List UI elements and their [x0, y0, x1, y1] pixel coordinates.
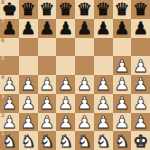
square-c6[interactable] — [38, 38, 57, 57]
square-h2[interactable]: ♟ — [131, 113, 150, 132]
square-b2[interactable]: ♟ — [19, 113, 38, 132]
white-pawn-piece[interactable]: ♟ — [133, 75, 148, 93]
black-queen-piece[interactable]: ♛ — [114, 0, 129, 18]
square-g5[interactable]: ♟ — [113, 56, 132, 75]
white-pawn-piece[interactable]: ♟ — [96, 94, 111, 112]
square-h4[interactable]: ♟ — [131, 75, 150, 94]
white-knight-piece[interactable]: ♞ — [21, 131, 36, 149]
white-king-piece[interactable]: ♚ — [133, 131, 148, 149]
square-e4[interactable]: ♟ — [75, 75, 94, 94]
square-e3[interactable]: ♟ — [75, 94, 94, 113]
white-pawn-piece[interactable]: ♟ — [114, 112, 129, 130]
white-pawn-piece[interactable]: ♟ — [77, 112, 92, 130]
square-h6[interactable] — [131, 38, 150, 57]
square-a4[interactable]: 4♟ — [0, 75, 19, 94]
black-queen-piece[interactable]: ♛ — [77, 0, 92, 18]
square-b6[interactable] — [19, 38, 38, 57]
white-pawn-piece[interactable]: ♟ — [133, 94, 148, 112]
square-e1[interactable]: ♞ — [75, 131, 94, 150]
square-e7[interactable]: ♟ — [75, 19, 94, 38]
chess-board[interactable]: 8♚♛♛♛♛♛♛♛7♟♟♟♟♟♟♟♟65♟♟4♟♟♟♟♟♟♟♟3♟♟♟♟♟♟♟♟… — [0, 0, 150, 150]
rank-label-5: 5 — [1, 55, 4, 61]
square-g8[interactable]: ♛ — [113, 0, 132, 19]
black-queen-piece[interactable]: ♛ — [133, 0, 148, 18]
square-d7[interactable]: ♟ — [56, 19, 75, 38]
square-c7[interactable]: ♟ — [38, 19, 57, 38]
black-pawn-piece[interactable]: ♟ — [96, 19, 111, 37]
white-pawn-piece[interactable]: ♟ — [21, 112, 36, 130]
black-pawn-piece[interactable]: ♟ — [58, 19, 73, 37]
square-f6[interactable] — [94, 38, 113, 57]
white-pawn-piece[interactable]: ♟ — [39, 94, 54, 112]
white-pawn-piece[interactable]: ♟ — [58, 75, 73, 93]
white-knight-piece[interactable]: ♞ — [39, 131, 54, 149]
black-queen-piece[interactable]: ♛ — [58, 0, 73, 18]
black-queen-piece[interactable]: ♛ — [39, 0, 54, 18]
square-g2[interactable]: ♟ — [113, 113, 132, 132]
black-pawn-piece[interactable]: ♟ — [133, 19, 148, 37]
square-e8[interactable]: ♛ — [75, 0, 94, 19]
square-g4[interactable]: ♟ — [113, 75, 132, 94]
square-c1[interactable]: ♞ — [38, 131, 57, 150]
white-pawn-piece[interactable]: ♟ — [96, 112, 111, 130]
square-f7[interactable]: ♟ — [94, 19, 113, 38]
white-pawn-piece[interactable]: ♟ — [58, 112, 73, 130]
black-pawn-piece[interactable]: ♟ — [77, 19, 92, 37]
square-g1[interactable]: ♞ — [113, 131, 132, 150]
white-pawn-piece[interactable]: ♟ — [39, 112, 54, 130]
square-d3[interactable]: ♟ — [56, 94, 75, 113]
white-pawn-piece[interactable]: ♟ — [114, 56, 129, 74]
white-knight-piece[interactable]: ♞ — [77, 131, 92, 149]
square-d6[interactable] — [56, 38, 75, 57]
white-pawn-piece[interactable]: ♟ — [2, 75, 17, 93]
white-pawn-piece[interactable]: ♟ — [96, 75, 111, 93]
square-a1[interactable]: 1♞ — [0, 131, 19, 150]
square-a7[interactable]: 7♟ — [0, 19, 19, 38]
white-pawn-piece[interactable]: ♟ — [2, 112, 17, 130]
black-pawn-piece[interactable]: ♟ — [39, 19, 54, 37]
square-f2[interactable]: ♟ — [94, 113, 113, 132]
square-c4[interactable]: ♟ — [38, 75, 57, 94]
square-e2[interactable]: ♟ — [75, 113, 94, 132]
square-d8[interactable]: ♛ — [56, 0, 75, 19]
square-b7[interactable]: ♟ — [19, 19, 38, 38]
square-a2[interactable]: 2♟ — [0, 113, 19, 132]
square-b5[interactable] — [19, 56, 38, 75]
square-f8[interactable]: ♛ — [94, 0, 113, 19]
square-h3[interactable]: ♟ — [131, 94, 150, 113]
square-c2[interactable]: ♟ — [38, 113, 57, 132]
white-pawn-piece[interactable]: ♟ — [77, 75, 92, 93]
square-g3[interactable]: ♟ — [113, 94, 132, 113]
square-h1[interactable]: ♚ — [131, 131, 150, 150]
white-pawn-piece[interactable]: ♟ — [133, 112, 148, 130]
white-pawn-piece[interactable]: ♟ — [58, 94, 73, 112]
square-a6[interactable]: 6 — [0, 38, 19, 57]
square-h8[interactable]: ♛ — [131, 0, 150, 19]
square-h5[interactable]: ♟ — [131, 56, 150, 75]
square-a8[interactable]: 8♚ — [0, 0, 19, 19]
black-queen-piece[interactable]: ♛ — [21, 0, 36, 18]
square-c5[interactable] — [38, 56, 57, 75]
square-b4[interactable]: ♟ — [19, 75, 38, 94]
square-f5[interactable] — [94, 56, 113, 75]
square-d2[interactable]: ♟ — [56, 113, 75, 132]
square-d4[interactable]: ♟ — [56, 75, 75, 94]
square-b1[interactable]: ♞ — [19, 131, 38, 150]
square-c3[interactable]: ♟ — [38, 94, 57, 113]
black-pawn-piece[interactable]: ♟ — [114, 19, 129, 37]
square-h7[interactable]: ♟ — [131, 19, 150, 38]
square-a5[interactable]: 5 — [0, 56, 19, 75]
white-pawn-piece[interactable]: ♟ — [133, 56, 148, 74]
square-b3[interactable]: ♟ — [19, 94, 38, 113]
white-pawn-piece[interactable]: ♟ — [2, 94, 17, 112]
black-king-piece[interactable]: ♚ — [2, 0, 17, 18]
square-b8[interactable]: ♛ — [19, 0, 38, 19]
square-f4[interactable]: ♟ — [94, 75, 113, 94]
square-f3[interactable]: ♟ — [94, 94, 113, 113]
square-g6[interactable] — [113, 38, 132, 57]
white-knight-piece[interactable]: ♞ — [96, 131, 111, 149]
square-d1[interactable]: ♞ — [56, 131, 75, 150]
white-pawn-piece[interactable]: ♟ — [21, 75, 36, 93]
white-knight-piece[interactable]: ♞ — [114, 131, 129, 149]
white-knight-piece[interactable]: ♞ — [2, 131, 17, 149]
white-pawn-piece[interactable]: ♟ — [114, 75, 129, 93]
rank-label-6: 6 — [1, 37, 4, 43]
square-e6[interactable] — [75, 38, 94, 57]
white-pawn-piece[interactable]: ♟ — [21, 94, 36, 112]
square-a3[interactable]: 3♟ — [0, 94, 19, 113]
black-pawn-piece[interactable]: ♟ — [21, 19, 36, 37]
black-pawn-piece[interactable]: ♟ — [2, 19, 17, 37]
square-d5[interactable] — [56, 56, 75, 75]
square-g7[interactable]: ♟ — [113, 19, 132, 38]
square-c8[interactable]: ♛ — [38, 0, 57, 19]
white-pawn-piece[interactable]: ♟ — [77, 94, 92, 112]
square-e5[interactable] — [75, 56, 94, 75]
white-pawn-piece[interactable]: ♟ — [114, 94, 129, 112]
black-queen-piece[interactable]: ♛ — [96, 0, 111, 18]
white-knight-piece[interactable]: ♞ — [58, 131, 73, 149]
white-pawn-piece[interactable]: ♟ — [39, 75, 54, 93]
square-f1[interactable]: ♞ — [94, 131, 113, 150]
